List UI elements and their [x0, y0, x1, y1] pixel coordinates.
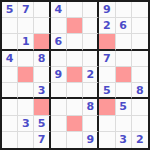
- cell-r2c8[interactable]: 6: [116, 18, 132, 34]
- cell-r3c7[interactable]: [99, 34, 115, 50]
- cell-r3c5[interactable]: [67, 34, 83, 50]
- cell-r7c2[interactable]: [18, 99, 34, 115]
- cell-r6c4[interactable]: [51, 83, 67, 99]
- cell-r4c5[interactable]: [67, 51, 83, 67]
- cell-r9c9[interactable]: 2: [132, 132, 148, 148]
- cell-r8c8[interactable]: [116, 116, 132, 132]
- cell-r5c8[interactable]: [116, 67, 132, 83]
- cell-r9c3[interactable]: 7: [34, 132, 50, 148]
- cell-r1c7[interactable]: 9: [99, 2, 115, 18]
- cell-r8c3[interactable]: 5: [34, 116, 50, 132]
- cell-r5c9[interactable]: [132, 67, 148, 83]
- cell-r1c2[interactable]: 7: [18, 2, 34, 18]
- cell-r3c6[interactable]: [83, 34, 99, 50]
- cell-r9c7[interactable]: [99, 132, 115, 148]
- sudoku-board: 574926164879235885357932: [0, 0, 150, 150]
- cell-r7c1[interactable]: [2, 99, 18, 115]
- cell-r2c2[interactable]: [18, 18, 34, 34]
- cell-r1c1[interactable]: 5: [2, 2, 18, 18]
- cell-r6c1[interactable]: [2, 83, 18, 99]
- cell-r4c6[interactable]: [83, 51, 99, 67]
- cell-r5c5[interactable]: [67, 67, 83, 83]
- cell-r1c3[interactable]: [34, 2, 50, 18]
- cell-r9c5[interactable]: [67, 132, 83, 148]
- cell-r4c2[interactable]: [18, 51, 34, 67]
- cell-r4c9[interactable]: [132, 51, 148, 67]
- cell-r6c3[interactable]: 3: [34, 83, 50, 99]
- cell-r7c3[interactable]: [34, 99, 50, 115]
- cell-r8c1[interactable]: [2, 116, 18, 132]
- cell-r3c4[interactable]: 6: [51, 34, 67, 50]
- cell-r1c8[interactable]: [116, 2, 132, 18]
- cell-r5c6[interactable]: 2: [83, 67, 99, 83]
- cell-r8c6[interactable]: [83, 116, 99, 132]
- cell-r5c4[interactable]: 9: [51, 67, 67, 83]
- cell-r6c5[interactable]: [67, 83, 83, 99]
- cell-r2c1[interactable]: [2, 18, 18, 34]
- cell-r2c3[interactable]: [34, 18, 50, 34]
- cell-r2c6[interactable]: [83, 18, 99, 34]
- cell-r8c4[interactable]: [51, 116, 67, 132]
- cell-r7c5[interactable]: [67, 99, 83, 115]
- cell-r7c4[interactable]: [51, 99, 67, 115]
- cell-r1c6[interactable]: [83, 2, 99, 18]
- cell-r4c8[interactable]: [116, 51, 132, 67]
- cell-r2c7[interactable]: 2: [99, 18, 115, 34]
- cell-r1c5[interactable]: [67, 2, 83, 18]
- cell-r3c8[interactable]: [116, 34, 132, 50]
- cell-r2c4[interactable]: [51, 18, 67, 34]
- cell-r6c8[interactable]: [116, 83, 132, 99]
- cell-r3c2[interactable]: 1: [18, 34, 34, 50]
- cell-r5c7[interactable]: [99, 67, 115, 83]
- cell-r3c3[interactable]: [34, 34, 50, 50]
- cell-r6c9[interactable]: 8: [132, 83, 148, 99]
- cell-r3c1[interactable]: [2, 34, 18, 50]
- cell-r6c7[interactable]: 5: [99, 83, 115, 99]
- cell-r5c1[interactable]: [2, 67, 18, 83]
- cell-r2c5[interactable]: [67, 18, 83, 34]
- cell-r7c7[interactable]: [99, 99, 115, 115]
- cell-r3c9[interactable]: [132, 34, 148, 50]
- cell-r5c2[interactable]: [18, 67, 34, 83]
- cell-r1c4[interactable]: 4: [51, 2, 67, 18]
- cell-r6c6[interactable]: [83, 83, 99, 99]
- cell-r9c6[interactable]: 9: [83, 132, 99, 148]
- cell-r6c2[interactable]: [18, 83, 34, 99]
- cell-r2c9[interactable]: [132, 18, 148, 34]
- cell-r4c4[interactable]: [51, 51, 67, 67]
- cell-r7c6[interactable]: 8: [83, 99, 99, 115]
- sudoku-app: 574926164879235885357932: [0, 0, 150, 150]
- cell-r1c9[interactable]: [132, 2, 148, 18]
- cell-r4c1[interactable]: 4: [2, 51, 18, 67]
- cell-r8c9[interactable]: [132, 116, 148, 132]
- cell-r4c3[interactable]: 8: [34, 51, 50, 67]
- cell-r8c5[interactable]: [67, 116, 83, 132]
- cell-r8c7[interactable]: [99, 116, 115, 132]
- cell-r5c3[interactable]: [34, 67, 50, 83]
- cell-r9c1[interactable]: [2, 132, 18, 148]
- cell-r4c7[interactable]: 7: [99, 51, 115, 67]
- cell-r9c8[interactable]: 3: [116, 132, 132, 148]
- cell-r7c9[interactable]: [132, 99, 148, 115]
- cell-r7c8[interactable]: 5: [116, 99, 132, 115]
- cell-r9c4[interactable]: [51, 132, 67, 148]
- cell-r9c2[interactable]: [18, 132, 34, 148]
- cell-r8c2[interactable]: 3: [18, 116, 34, 132]
